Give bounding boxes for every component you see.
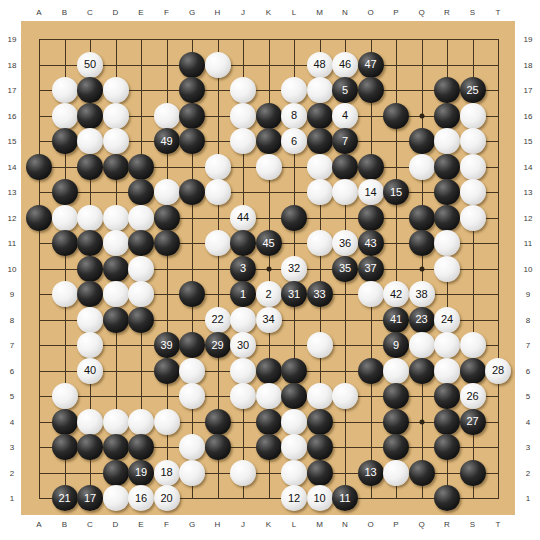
move-number: 14 bbox=[364, 187, 376, 198]
coordinate-label: Q bbox=[418, 520, 424, 529]
coordinate-label: 19 bbox=[8, 35, 17, 44]
stone-F16[interactable] bbox=[154, 103, 180, 129]
move-number: 19 bbox=[135, 467, 147, 478]
move-number: 8 bbox=[291, 110, 297, 121]
stone-D9[interactable] bbox=[103, 281, 129, 307]
stone-J17[interactable] bbox=[230, 77, 256, 103]
stone-P16[interactable] bbox=[383, 103, 409, 129]
stone-B4[interactable] bbox=[52, 409, 78, 435]
stone-G3[interactable] bbox=[179, 434, 205, 460]
coordinate-label: B bbox=[62, 8, 67, 17]
move-number: 22 bbox=[211, 314, 223, 325]
move-number: 41 bbox=[390, 314, 402, 325]
stone-B15[interactable] bbox=[52, 128, 78, 154]
star-point bbox=[419, 113, 424, 118]
stone-C14[interactable] bbox=[77, 154, 103, 180]
stone-E1[interactable]: 16 bbox=[128, 485, 154, 511]
stone-F4[interactable] bbox=[154, 409, 180, 435]
move-number: 15 bbox=[390, 187, 402, 198]
stone-J2[interactable] bbox=[230, 460, 256, 486]
stone-P8[interactable]: 41 bbox=[383, 307, 409, 333]
move-number: 48 bbox=[313, 59, 325, 70]
stone-R1[interactable] bbox=[434, 485, 460, 511]
stone-H13[interactable] bbox=[205, 179, 231, 205]
stone-C16[interactable] bbox=[77, 103, 103, 129]
move-number: 46 bbox=[339, 59, 351, 70]
stone-S17[interactable]: 25 bbox=[460, 77, 486, 103]
stone-H4[interactable] bbox=[205, 409, 231, 435]
stone-K3[interactable] bbox=[256, 434, 282, 460]
stone-C4[interactable] bbox=[77, 409, 103, 435]
coordinate-label: O bbox=[367, 8, 373, 17]
coordinate-label: 8 bbox=[10, 315, 14, 324]
stone-C9[interactable] bbox=[77, 281, 103, 307]
stone-S5[interactable]: 26 bbox=[460, 383, 486, 409]
coordinate-label: 4 bbox=[10, 417, 14, 426]
stone-K11[interactable]: 45 bbox=[256, 230, 282, 256]
coordinate-label: L bbox=[292, 520, 296, 529]
stone-D16[interactable] bbox=[103, 103, 129, 129]
stone-B13[interactable] bbox=[52, 179, 78, 205]
coordinate-label: P bbox=[393, 8, 398, 17]
stone-R10[interactable] bbox=[434, 256, 460, 282]
stone-D14[interactable] bbox=[103, 154, 129, 180]
stone-L4[interactable] bbox=[281, 409, 307, 435]
stone-R5[interactable] bbox=[434, 383, 460, 409]
coordinate-label: C bbox=[87, 8, 93, 17]
stone-L10[interactable]: 32 bbox=[281, 256, 307, 282]
stone-S6[interactable] bbox=[460, 358, 486, 384]
stone-K8[interactable]: 34 bbox=[256, 307, 282, 333]
coordinate-label: 1 bbox=[526, 494, 530, 503]
coordinate-label: 3 bbox=[526, 443, 530, 452]
stone-O17[interactable] bbox=[358, 77, 384, 103]
stone-P3[interactable] bbox=[383, 434, 409, 460]
stone-R7[interactable] bbox=[434, 332, 460, 358]
stone-O13[interactable]: 14 bbox=[358, 179, 384, 205]
stone-G15[interactable] bbox=[179, 128, 205, 154]
move-number: 3 bbox=[240, 263, 246, 274]
stone-B17[interactable] bbox=[52, 77, 78, 103]
stone-C15[interactable] bbox=[77, 128, 103, 154]
move-number: 7 bbox=[342, 136, 348, 147]
stone-C10[interactable] bbox=[77, 256, 103, 282]
stone-Q8[interactable]: 23 bbox=[409, 307, 435, 333]
stone-A14[interactable] bbox=[26, 154, 52, 180]
move-number: 37 bbox=[364, 263, 376, 274]
move-number: 6 bbox=[291, 136, 297, 147]
stone-C17[interactable] bbox=[77, 77, 103, 103]
stone-G17[interactable] bbox=[179, 77, 205, 103]
stone-L6[interactable] bbox=[281, 358, 307, 384]
go-diagram: 5048464752584496714154445364333235371231… bbox=[0, 0, 540, 540]
stone-R17[interactable] bbox=[434, 77, 460, 103]
stone-S15[interactable] bbox=[460, 128, 486, 154]
star-point bbox=[266, 266, 271, 271]
stone-E3[interactable] bbox=[128, 434, 154, 460]
stone-Q14[interactable] bbox=[409, 154, 435, 180]
stone-H8[interactable]: 22 bbox=[205, 307, 231, 333]
stone-R13[interactable] bbox=[434, 179, 460, 205]
stone-H11[interactable] bbox=[205, 230, 231, 256]
stone-E4[interactable] bbox=[128, 409, 154, 435]
coordinate-label: 6 bbox=[526, 366, 530, 375]
coordinate-label: P bbox=[393, 520, 398, 529]
coordinate-label: 17 bbox=[8, 86, 17, 95]
stone-S7[interactable] bbox=[460, 332, 486, 358]
move-number: 44 bbox=[237, 212, 249, 223]
stone-L9[interactable]: 31 bbox=[281, 281, 307, 307]
stone-B3[interactable] bbox=[52, 434, 78, 460]
stone-N1[interactable]: 11 bbox=[332, 485, 358, 511]
coordinate-label: O bbox=[367, 520, 373, 529]
stone-S13[interactable] bbox=[460, 179, 486, 205]
stone-F12[interactable] bbox=[154, 205, 180, 231]
stone-S12[interactable] bbox=[460, 205, 486, 231]
coordinate-label: 14 bbox=[524, 162, 533, 171]
coordinate-label: S bbox=[470, 8, 475, 17]
stone-Q7[interactable] bbox=[409, 332, 435, 358]
stone-P5[interactable] bbox=[383, 383, 409, 409]
stone-H18[interactable] bbox=[205, 52, 231, 78]
stone-O14[interactable] bbox=[358, 154, 384, 180]
stone-J15[interactable] bbox=[230, 128, 256, 154]
coordinate-label: 3 bbox=[10, 443, 14, 452]
stone-B16[interactable] bbox=[52, 103, 78, 129]
stone-Q9[interactable]: 38 bbox=[409, 281, 435, 307]
stone-C6[interactable]: 40 bbox=[77, 358, 103, 384]
coordinate-label: 6 bbox=[10, 366, 14, 375]
coordinate-label: D bbox=[113, 520, 119, 529]
stone-L1[interactable]: 12 bbox=[281, 485, 307, 511]
stone-Q6[interactable] bbox=[409, 358, 435, 384]
move-number: 11 bbox=[339, 493, 350, 504]
stone-N16[interactable]: 4 bbox=[332, 103, 358, 129]
stone-N14[interactable] bbox=[332, 154, 358, 180]
stone-S16[interactable] bbox=[460, 103, 486, 129]
coordinate-label: M bbox=[316, 520, 323, 529]
stone-B5[interactable] bbox=[52, 383, 78, 409]
stone-O6[interactable] bbox=[358, 358, 384, 384]
move-number: 2 bbox=[265, 289, 271, 300]
coordinate-label: A bbox=[36, 8, 41, 17]
stone-D2[interactable] bbox=[103, 460, 129, 486]
stone-G9[interactable] bbox=[179, 281, 205, 307]
stone-C11[interactable] bbox=[77, 230, 103, 256]
coordinate-label: 18 bbox=[524, 60, 533, 69]
stone-R6[interactable] bbox=[434, 358, 460, 384]
stone-G6[interactable] bbox=[179, 358, 205, 384]
coordinate-label: 5 bbox=[526, 392, 530, 401]
move-number: 10 bbox=[313, 493, 325, 504]
coordinate-label: G bbox=[189, 8, 195, 17]
stone-E11[interactable] bbox=[128, 230, 154, 256]
stone-N15[interactable]: 7 bbox=[332, 128, 358, 154]
move-number: 36 bbox=[339, 238, 351, 249]
stone-P4[interactable] bbox=[383, 409, 409, 435]
stone-D4[interactable] bbox=[103, 409, 129, 435]
stone-B1[interactable]: 21 bbox=[52, 485, 78, 511]
stone-E2[interactable]: 19 bbox=[128, 460, 154, 486]
stone-J16[interactable] bbox=[230, 103, 256, 129]
stone-J10[interactable]: 3 bbox=[230, 256, 256, 282]
stone-F11[interactable] bbox=[154, 230, 180, 256]
stone-N11[interactable]: 36 bbox=[332, 230, 358, 256]
stone-G13[interactable] bbox=[179, 179, 205, 205]
stone-M7[interactable] bbox=[307, 332, 333, 358]
stone-G2[interactable] bbox=[179, 460, 205, 486]
stone-C12[interactable] bbox=[77, 205, 103, 231]
coordinate-label: 19 bbox=[524, 35, 533, 44]
stone-K15[interactable] bbox=[256, 128, 282, 154]
stone-O9[interactable] bbox=[358, 281, 384, 307]
coordinate-label: 9 bbox=[10, 290, 14, 299]
stone-G16[interactable] bbox=[179, 103, 205, 129]
stone-D3[interactable] bbox=[103, 434, 129, 460]
stone-M16[interactable] bbox=[307, 103, 333, 129]
coordinate-label: 15 bbox=[524, 137, 533, 146]
move-number: 25 bbox=[466, 85, 478, 96]
stone-S2[interactable] bbox=[460, 460, 486, 486]
stone-T6[interactable]: 28 bbox=[485, 358, 511, 384]
coordinate-label: 1 bbox=[10, 494, 14, 503]
coordinate-label: 2 bbox=[10, 468, 14, 477]
stone-B9[interactable] bbox=[52, 281, 78, 307]
move-number: 13 bbox=[364, 467, 376, 478]
coordinate-label: 11 bbox=[8, 239, 16, 248]
coordinate-label: R bbox=[444, 8, 450, 17]
stone-K5[interactable] bbox=[256, 383, 282, 409]
stone-Q15[interactable] bbox=[409, 128, 435, 154]
coordinate-label: H bbox=[215, 520, 221, 529]
stone-M18[interactable]: 48 bbox=[307, 52, 333, 78]
stone-O18[interactable]: 47 bbox=[358, 52, 384, 78]
coordinate-label: K bbox=[266, 8, 271, 17]
stone-C3[interactable] bbox=[77, 434, 103, 460]
move-number: 50 bbox=[84, 59, 96, 70]
move-number: 20 bbox=[160, 493, 172, 504]
stone-R16[interactable] bbox=[434, 103, 460, 129]
stone-N10[interactable]: 35 bbox=[332, 256, 358, 282]
stone-R15[interactable] bbox=[434, 128, 460, 154]
stone-G5[interactable] bbox=[179, 383, 205, 409]
move-number: 29 bbox=[211, 340, 223, 351]
move-number: 43 bbox=[364, 238, 376, 249]
coordinate-label: 7 bbox=[526, 341, 530, 350]
move-number: 42 bbox=[390, 289, 402, 300]
coordinate-label: 18 bbox=[8, 60, 17, 69]
coordinate-label: R bbox=[444, 520, 450, 529]
stone-F13[interactable] bbox=[154, 179, 180, 205]
stone-Q11[interactable] bbox=[409, 230, 435, 256]
stone-K6[interactable] bbox=[256, 358, 282, 384]
move-number: 21 bbox=[58, 493, 70, 504]
stone-P13[interactable]: 15 bbox=[383, 179, 409, 205]
stone-J8[interactable] bbox=[230, 307, 256, 333]
stone-L17[interactable] bbox=[281, 77, 307, 103]
stone-J5[interactable] bbox=[230, 383, 256, 409]
stone-J11[interactable] bbox=[230, 230, 256, 256]
stone-M1[interactable]: 10 bbox=[307, 485, 333, 511]
stone-N18[interactable]: 46 bbox=[332, 52, 358, 78]
move-number: 5 bbox=[342, 85, 348, 96]
stone-J6[interactable] bbox=[230, 358, 256, 384]
stone-D1[interactable] bbox=[103, 485, 129, 511]
move-number: 31 bbox=[288, 289, 300, 300]
stone-N17[interactable]: 5 bbox=[332, 77, 358, 103]
stone-F6[interactable] bbox=[154, 358, 180, 384]
star-point bbox=[419, 419, 424, 424]
stone-G18[interactable] bbox=[179, 52, 205, 78]
move-number: 32 bbox=[288, 263, 300, 274]
stone-R4[interactable] bbox=[434, 409, 460, 435]
move-number: 28 bbox=[492, 365, 504, 376]
coordinate-label: 14 bbox=[8, 162, 17, 171]
stone-P9[interactable]: 42 bbox=[383, 281, 409, 307]
stone-L16[interactable]: 8 bbox=[281, 103, 307, 129]
stone-D10[interactable] bbox=[103, 256, 129, 282]
stone-M3[interactable] bbox=[307, 434, 333, 460]
stone-M2[interactable] bbox=[307, 460, 333, 486]
coordinate-label: 17 bbox=[524, 86, 533, 95]
move-number: 47 bbox=[364, 59, 376, 70]
stone-C7[interactable] bbox=[77, 332, 103, 358]
stone-C1[interactable]: 17 bbox=[77, 485, 103, 511]
stone-D11[interactable] bbox=[103, 230, 129, 256]
stone-J12[interactable]: 44 bbox=[230, 205, 256, 231]
coordinate-label: 13 bbox=[524, 188, 533, 197]
stone-R8[interactable]: 24 bbox=[434, 307, 460, 333]
stone-G7[interactable] bbox=[179, 332, 205, 358]
coordinate-label: T bbox=[496, 520, 501, 529]
stone-H14[interactable] bbox=[205, 154, 231, 180]
move-number: 49 bbox=[160, 136, 172, 147]
stone-K14[interactable] bbox=[256, 154, 282, 180]
coordinate-label: 9 bbox=[526, 290, 530, 299]
move-number: 34 bbox=[262, 314, 274, 325]
stone-L15[interactable]: 6 bbox=[281, 128, 307, 154]
stone-M4[interactable] bbox=[307, 409, 333, 435]
stone-P7[interactable]: 9 bbox=[383, 332, 409, 358]
stone-K4[interactable] bbox=[256, 409, 282, 435]
stone-A12[interactable] bbox=[26, 205, 52, 231]
stone-D15[interactable] bbox=[103, 128, 129, 154]
move-number: 17 bbox=[84, 493, 96, 504]
stone-M17[interactable] bbox=[307, 77, 333, 103]
coordinate-label: 12 bbox=[8, 213, 17, 222]
stone-C18[interactable]: 50 bbox=[77, 52, 103, 78]
stone-D17[interactable] bbox=[103, 77, 129, 103]
stone-J9[interactable]: 1 bbox=[230, 281, 256, 307]
stone-L12[interactable] bbox=[281, 205, 307, 231]
coordinate-label: 16 bbox=[524, 111, 533, 120]
stone-R14[interactable] bbox=[434, 154, 460, 180]
stone-R11[interactable] bbox=[434, 230, 460, 256]
stone-F7[interactable]: 39 bbox=[154, 332, 180, 358]
stone-Q12[interactable] bbox=[409, 205, 435, 231]
stone-N13[interactable] bbox=[332, 179, 358, 205]
coordinate-label: H bbox=[215, 8, 221, 17]
stone-C8[interactable] bbox=[77, 307, 103, 333]
stone-E8[interactable] bbox=[128, 307, 154, 333]
stone-M14[interactable] bbox=[307, 154, 333, 180]
coordinate-label: 15 bbox=[8, 137, 17, 146]
coordinate-label: S bbox=[470, 520, 475, 529]
move-number: 23 bbox=[415, 314, 427, 325]
coordinate-label: 11 bbox=[524, 239, 532, 248]
move-number: 18 bbox=[160, 467, 172, 478]
stone-O11[interactable]: 43 bbox=[358, 230, 384, 256]
stone-B12[interactable] bbox=[52, 205, 78, 231]
stone-K16[interactable] bbox=[256, 103, 282, 129]
stone-M5[interactable] bbox=[307, 383, 333, 409]
stone-L5[interactable] bbox=[281, 383, 307, 409]
stone-M13[interactable] bbox=[307, 179, 333, 205]
move-number: 38 bbox=[415, 289, 427, 300]
stone-S4[interactable]: 27 bbox=[460, 409, 486, 435]
stone-D12[interactable] bbox=[103, 205, 129, 231]
stone-E14[interactable] bbox=[128, 154, 154, 180]
stone-P2[interactable] bbox=[383, 460, 409, 486]
stone-B11[interactable] bbox=[52, 230, 78, 256]
coordinate-label: E bbox=[138, 520, 143, 529]
stone-O2[interactable]: 13 bbox=[358, 460, 384, 486]
stone-E9[interactable] bbox=[128, 281, 154, 307]
stone-D8[interactable] bbox=[103, 307, 129, 333]
star-point bbox=[419, 266, 424, 271]
stone-M11[interactable] bbox=[307, 230, 333, 256]
stone-O12[interactable] bbox=[358, 205, 384, 231]
stone-R3[interactable] bbox=[434, 434, 460, 460]
stone-H3[interactable] bbox=[205, 434, 231, 460]
coordinate-label: C bbox=[87, 520, 93, 529]
stone-R12[interactable] bbox=[434, 205, 460, 231]
stone-E12[interactable] bbox=[128, 205, 154, 231]
move-number: 1 bbox=[240, 289, 246, 300]
stone-L3[interactable] bbox=[281, 434, 307, 460]
coordinate-label: 4 bbox=[526, 417, 530, 426]
stone-H7[interactable]: 29 bbox=[205, 332, 231, 358]
stone-Q2[interactable] bbox=[409, 460, 435, 486]
move-number: 4 bbox=[342, 110, 348, 121]
stone-S14[interactable] bbox=[460, 154, 486, 180]
coordinate-label: N bbox=[342, 8, 348, 17]
move-number: 39 bbox=[160, 340, 172, 351]
stone-M15[interactable] bbox=[307, 128, 333, 154]
move-number: 12 bbox=[288, 493, 300, 504]
coordinate-label: 10 bbox=[524, 264, 533, 273]
stone-K9[interactable]: 2 bbox=[256, 281, 282, 307]
stone-O10[interactable]: 37 bbox=[358, 256, 384, 282]
go-board[interactable]: 5048464752584496714154445364333235371231… bbox=[21, 21, 515, 515]
stone-E10[interactable] bbox=[128, 256, 154, 282]
stone-F15[interactable]: 49 bbox=[154, 128, 180, 154]
coordinate-label: D bbox=[113, 8, 119, 17]
grid-line bbox=[498, 39, 499, 499]
coordinate-label: K bbox=[266, 520, 271, 529]
stone-L2[interactable] bbox=[281, 460, 307, 486]
stone-J7[interactable]: 30 bbox=[230, 332, 256, 358]
stone-F1[interactable]: 20 bbox=[154, 485, 180, 511]
stone-M9[interactable]: 33 bbox=[307, 281, 333, 307]
stone-F2[interactable]: 18 bbox=[154, 460, 180, 486]
stone-E13[interactable] bbox=[128, 179, 154, 205]
stone-P6[interactable] bbox=[383, 358, 409, 384]
coordinate-label: J bbox=[241, 8, 245, 17]
coordinate-label: L bbox=[292, 8, 296, 17]
coordinate-label: 2 bbox=[526, 468, 530, 477]
stone-N5[interactable] bbox=[332, 383, 358, 409]
